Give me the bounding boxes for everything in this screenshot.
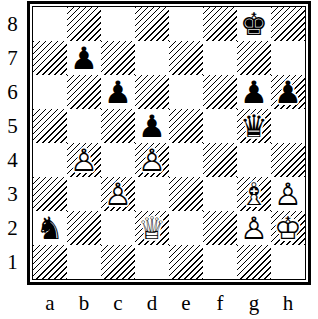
- rank-label-7: 7: [0, 41, 25, 75]
- square-c3: ♟♙: [101, 177, 135, 211]
- square-d1: [135, 245, 169, 279]
- piece-glyph: ♙: [67, 143, 101, 177]
- rank-label-1: 1: [0, 245, 25, 279]
- square-b1: [67, 245, 101, 279]
- square-g1: [237, 245, 271, 279]
- square-f4: [203, 143, 237, 177]
- square-g6: ♟♟: [237, 75, 271, 109]
- white-queen-d2: ♛♕: [135, 211, 169, 245]
- black-pawn-b7: ♟♟: [67, 41, 101, 75]
- square-f2: [203, 211, 237, 245]
- piece-glyph: ♛: [237, 109, 271, 143]
- square-b4: ♟♙: [67, 143, 101, 177]
- square-c5: [101, 109, 135, 143]
- black-knight-a2: ♞♞: [33, 211, 67, 245]
- square-b7: ♟♟: [67, 41, 101, 75]
- white-pawn-c3: ♟♙: [101, 177, 135, 211]
- square-h5: [271, 109, 305, 143]
- square-c4: [101, 143, 135, 177]
- square-h1: [271, 245, 305, 279]
- rank-label-4: 4: [0, 143, 25, 177]
- file-label-f: f: [203, 289, 237, 317]
- square-b8: [67, 7, 101, 41]
- square-e7: [169, 41, 203, 75]
- square-c6: ♟♟: [101, 75, 135, 109]
- square-c7: [101, 41, 135, 75]
- rank-label-8: 8: [0, 7, 25, 41]
- rank-label-5: 5: [0, 109, 25, 143]
- rank-label-2: 2: [0, 211, 25, 245]
- black-queen-g5: ♛♛: [237, 109, 271, 143]
- file-labels: abcdefgh: [33, 289, 305, 317]
- square-a4: [33, 143, 67, 177]
- square-d4: ♟♙: [135, 143, 169, 177]
- square-e1: [169, 245, 203, 279]
- square-f7: [203, 41, 237, 75]
- file-label-h: h: [271, 289, 305, 317]
- rank-label-6: 6: [0, 75, 25, 109]
- square-h3: ♟♙: [271, 177, 305, 211]
- square-g4: [237, 143, 271, 177]
- square-d5: ♟♟: [135, 109, 169, 143]
- square-b5: [67, 109, 101, 143]
- square-g5: ♛♛: [237, 109, 271, 143]
- square-h8: [271, 7, 305, 41]
- black-king-g8: ♚♚: [237, 7, 271, 41]
- square-e5: [169, 109, 203, 143]
- file-label-a: a: [33, 289, 67, 317]
- piece-glyph: ♙: [135, 143, 169, 177]
- board-inner-frame: ♚♚♟♟♟♟♟♟♟♟♟♟♛♛♟♙♟♙♟♙♝♗♟♙♞♞♛♕♟♙♚♔: [32, 6, 306, 280]
- square-d6: [135, 75, 169, 109]
- square-e4: [169, 143, 203, 177]
- square-f8: [203, 7, 237, 41]
- white-pawn-b4: ♟♙: [67, 143, 101, 177]
- piece-glyph: ♚: [237, 7, 271, 41]
- square-f5: [203, 109, 237, 143]
- square-b2: [67, 211, 101, 245]
- piece-glyph: ♟: [271, 75, 305, 109]
- square-e2: [169, 211, 203, 245]
- square-a6: [33, 75, 67, 109]
- square-g3: ♝♗: [237, 177, 271, 211]
- piece-glyph: ♔: [271, 211, 305, 245]
- square-g2: ♟♙: [237, 211, 271, 245]
- square-g8: ♚♚: [237, 7, 271, 41]
- rank-label-3: 3: [0, 177, 25, 211]
- piece-glyph: ♗: [237, 177, 271, 211]
- square-d8: [135, 7, 169, 41]
- piece-glyph: ♙: [271, 177, 305, 211]
- file-label-b: b: [67, 289, 101, 317]
- piece-glyph: ♙: [101, 177, 135, 211]
- square-a2: ♞♞: [33, 211, 67, 245]
- rank-labels: 87654321: [0, 7, 25, 279]
- square-a7: [33, 41, 67, 75]
- square-d2: ♛♕: [135, 211, 169, 245]
- square-h4: [271, 143, 305, 177]
- square-d7: [135, 41, 169, 75]
- piece-glyph: ♙: [237, 211, 271, 245]
- board-grid: ♚♚♟♟♟♟♟♟♟♟♟♟♛♛♟♙♟♙♟♙♝♗♟♙♞♞♛♕♟♙♚♔: [33, 7, 305, 279]
- piece-glyph: ♟: [237, 75, 271, 109]
- black-pawn-d5: ♟♟: [135, 109, 169, 143]
- square-d3: [135, 177, 169, 211]
- black-pawn-c6: ♟♟: [101, 75, 135, 109]
- piece-glyph: ♕: [135, 211, 169, 245]
- piece-glyph: ♟: [67, 41, 101, 75]
- white-pawn-h3: ♟♙: [271, 177, 305, 211]
- file-label-e: e: [169, 289, 203, 317]
- square-h6: ♟♟: [271, 75, 305, 109]
- piece-glyph: ♟: [135, 109, 169, 143]
- square-f6: [203, 75, 237, 109]
- square-h2: ♚♔: [271, 211, 305, 245]
- square-a8: [33, 7, 67, 41]
- file-label-c: c: [101, 289, 135, 317]
- file-label-d: d: [135, 289, 169, 317]
- black-pawn-g6: ♟♟: [237, 75, 271, 109]
- square-g7: [237, 41, 271, 75]
- square-a3: [33, 177, 67, 211]
- white-pawn-d4: ♟♙: [135, 143, 169, 177]
- black-pawn-h6: ♟♟: [271, 75, 305, 109]
- white-pawn-g2: ♟♙: [237, 211, 271, 245]
- square-f1: [203, 245, 237, 279]
- square-b3: [67, 177, 101, 211]
- square-a1: [33, 245, 67, 279]
- piece-glyph: ♞: [33, 211, 67, 245]
- square-c1: [101, 245, 135, 279]
- white-king-h2: ♚♔: [271, 211, 305, 245]
- chess-diagram: 87654321 ♚♚♟♟♟♟♟♟♟♟♟♟♛♛♟♙♟♙♟♙♝♗♟♙♞♞♛♕♟♙♚…: [0, 0, 318, 319]
- white-bishop-g3: ♝♗: [237, 177, 271, 211]
- square-e8: [169, 7, 203, 41]
- square-a5: [33, 109, 67, 143]
- square-e3: [169, 177, 203, 211]
- square-f3: [203, 177, 237, 211]
- square-c8: [101, 7, 135, 41]
- square-c2: [101, 211, 135, 245]
- square-b6: [67, 75, 101, 109]
- square-h7: [271, 41, 305, 75]
- piece-glyph: ♟: [101, 75, 135, 109]
- file-label-g: g: [237, 289, 271, 317]
- square-e6: [169, 75, 203, 109]
- chess-board: ♚♚♟♟♟♟♟♟♟♟♟♟♛♛♟♙♟♙♟♙♝♗♟♙♞♞♛♕♟♙♚♔: [27, 1, 311, 285]
